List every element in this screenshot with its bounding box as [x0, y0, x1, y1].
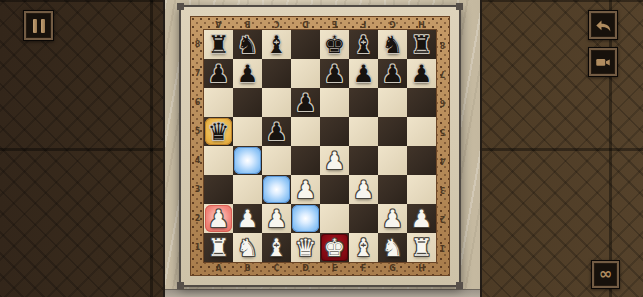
- square-d3[interactable]: ♟: [291, 175, 320, 204]
- coord-label: 4: [191, 146, 204, 175]
- coord-label: 8: [436, 30, 449, 59]
- board-corner-ornament: [177, 3, 184, 10]
- black-queen-a5[interactable]: ♛: [208, 120, 230, 144]
- coord-label: 3: [191, 175, 204, 204]
- square-a6[interactable]: [204, 88, 233, 117]
- coord-label: E: [320, 262, 349, 275]
- square-e6[interactable]: [320, 88, 349, 117]
- coord-label: C: [262, 17, 291, 30]
- square-c3[interactable]: [262, 175, 291, 204]
- square-e2[interactable]: [320, 204, 349, 233]
- square-a4[interactable]: [204, 146, 233, 175]
- square-a5[interactable]: ♛: [204, 117, 233, 146]
- square-g3[interactable]: [378, 175, 407, 204]
- coord-label: 1: [191, 233, 204, 262]
- chess-board: ABCDEFGH ABCDEFGH 87654321 87654321 ♜♞♝♚…: [179, 5, 461, 287]
- pause-button[interactable]: [23, 10, 54, 41]
- square-f6[interactable]: [349, 88, 378, 117]
- square-f4[interactable]: [349, 146, 378, 175]
- coords-right: 87654321: [436, 30, 449, 262]
- white-pawn-h2[interactable]: ♟: [411, 207, 433, 231]
- black-pawn-d6[interactable]: ♟: [295, 91, 317, 115]
- black-knight-b8[interactable]: ♞: [237, 33, 259, 57]
- square-g5[interactable]: [378, 117, 407, 146]
- black-rook-h8[interactable]: ♜: [411, 33, 433, 57]
- video-camera-icon: [594, 53, 612, 71]
- camera-button[interactable]: [588, 47, 618, 77]
- white-bishop-c1[interactable]: ♝: [266, 236, 288, 260]
- white-pawn-c2[interactable]: ♟: [266, 207, 288, 231]
- coord-label: G: [378, 262, 407, 275]
- coord-label: 4: [436, 146, 449, 175]
- white-pawn-g2[interactable]: ♟: [382, 207, 404, 231]
- black-knight-g8[interactable]: ♞: [382, 33, 404, 57]
- square-f8[interactable]: ♝: [349, 30, 378, 59]
- square-d8[interactable]: [291, 30, 320, 59]
- black-bishop-c8[interactable]: ♝: [266, 33, 288, 57]
- square-b4[interactable]: [233, 146, 262, 175]
- highlight-path-d2: [292, 205, 319, 232]
- white-knight-b1[interactable]: ♞: [237, 236, 259, 260]
- coord-label: 2: [191, 204, 204, 233]
- highlight-path-c3: [263, 176, 290, 203]
- board-frame: ABCDEFGH ABCDEFGH 87654321 87654321 ♜♞♝♚…: [190, 16, 450, 276]
- square-b5[interactable]: [233, 117, 262, 146]
- coord-label: F: [349, 17, 378, 30]
- square-c8[interactable]: ♝: [262, 30, 291, 59]
- white-pawn-a2[interactable]: ♟: [208, 207, 230, 231]
- board-corner-ornament: [456, 282, 463, 289]
- black-pawn-f7[interactable]: ♟: [353, 62, 375, 86]
- coord-label: D: [291, 17, 320, 30]
- square-a2[interactable]: ♟: [204, 204, 233, 233]
- undo-arrow-icon: [594, 16, 612, 34]
- pause-icon: [33, 19, 45, 33]
- square-h4[interactable]: [407, 146, 436, 175]
- square-c5[interactable]: ♟: [262, 117, 291, 146]
- square-d6[interactable]: ♟: [291, 88, 320, 117]
- square-c7[interactable]: [262, 59, 291, 88]
- square-g4[interactable]: [378, 146, 407, 175]
- square-b6[interactable]: [233, 88, 262, 117]
- square-h5[interactable]: [407, 117, 436, 146]
- square-e4[interactable]: ♟: [320, 146, 349, 175]
- black-pawn-c5[interactable]: ♟: [266, 120, 288, 144]
- infinity-icon: ∞: [599, 266, 612, 282]
- coord-label: 1: [436, 233, 449, 262]
- coord-label: H: [407, 17, 436, 30]
- square-a3[interactable]: [204, 175, 233, 204]
- coord-label: F: [349, 262, 378, 275]
- coord-label: 3: [436, 175, 449, 204]
- square-c4[interactable]: [262, 146, 291, 175]
- white-pawn-e4[interactable]: ♟: [324, 149, 346, 173]
- white-rook-a1[interactable]: ♜: [208, 236, 230, 260]
- black-king-e8[interactable]: ♚: [324, 33, 346, 57]
- square-g1[interactable]: ♞: [378, 233, 407, 262]
- white-knight-g1[interactable]: ♞: [382, 236, 404, 260]
- black-rook-a8[interactable]: ♜: [208, 33, 230, 57]
- board-corner-ornament: [456, 3, 463, 10]
- black-pawn-e7[interactable]: ♟: [324, 62, 346, 86]
- coord-label: A: [204, 262, 233, 275]
- square-b1[interactable]: ♞: [233, 233, 262, 262]
- game-screen: ∞ ABCDEFGH ABCDEFGH 87654321 87654321 ♜♞…: [0, 0, 643, 297]
- square-g7[interactable]: ♟: [378, 59, 407, 88]
- board-corner-ornament: [177, 282, 184, 289]
- white-pawn-f3[interactable]: ♟: [353, 178, 375, 202]
- square-e3[interactable]: [320, 175, 349, 204]
- square-d7[interactable]: [291, 59, 320, 88]
- square-g8[interactable]: ♞: [378, 30, 407, 59]
- coord-label: G: [378, 17, 407, 30]
- square-a1[interactable]: ♜: [204, 233, 233, 262]
- square-h1[interactable]: ♜: [407, 233, 436, 262]
- square-f5[interactable]: [349, 117, 378, 146]
- white-king-e1[interactable]: ♚: [324, 236, 346, 260]
- board-squares: ♜♞♝♚♝♞♜♟♟♟♟♟♟♟♛♟♟♟♟♟♟♟♟♟♜♞♝♛♚♝♞♜: [204, 30, 436, 262]
- square-b2[interactable]: ♟: [233, 204, 262, 233]
- black-bishop-f8[interactable]: ♝: [353, 33, 375, 57]
- square-e8[interactable]: ♚: [320, 30, 349, 59]
- square-b8[interactable]: ♞: [233, 30, 262, 59]
- square-c6[interactable]: [262, 88, 291, 117]
- square-g6[interactable]: [378, 88, 407, 117]
- coord-label: 8: [191, 30, 204, 59]
- white-pawn-d3[interactable]: ♟: [295, 178, 317, 202]
- square-h8[interactable]: ♜: [407, 30, 436, 59]
- square-e5[interactable]: [320, 117, 349, 146]
- square-g2[interactable]: ♟: [378, 204, 407, 233]
- square-f3[interactable]: ♟: [349, 175, 378, 204]
- coord-label: 2: [436, 204, 449, 233]
- highlight-path-b4: [234, 147, 261, 174]
- square-f2[interactable]: [349, 204, 378, 233]
- square-h3[interactable]: [407, 175, 436, 204]
- square-a8[interactable]: ♜: [204, 30, 233, 59]
- square-d1[interactable]: ♛: [291, 233, 320, 262]
- coord-label: D: [291, 262, 320, 275]
- coord-label: 7: [191, 59, 204, 88]
- coords-left: 87654321: [191, 30, 204, 262]
- unlimited-time-button[interactable]: ∞: [591, 260, 620, 289]
- square-f1[interactable]: ♝: [349, 233, 378, 262]
- coord-label: B: [233, 17, 262, 30]
- square-e1[interactable]: ♚: [320, 233, 349, 262]
- coord-label: 5: [436, 117, 449, 146]
- coord-label: C: [262, 262, 291, 275]
- black-pawn-h7[interactable]: ♟: [411, 62, 433, 86]
- coord-label: A: [204, 17, 233, 30]
- square-b3[interactable]: [233, 175, 262, 204]
- coord-label: B: [233, 262, 262, 275]
- black-pawn-g7[interactable]: ♟: [382, 62, 404, 86]
- black-pawn-a7[interactable]: ♟: [208, 62, 230, 86]
- undo-button[interactable]: [588, 10, 618, 40]
- white-queen-d1[interactable]: ♛: [295, 236, 317, 260]
- coord-label: E: [320, 17, 349, 30]
- coord-label: 6: [191, 88, 204, 117]
- coord-label: 6: [436, 88, 449, 117]
- square-f7[interactable]: ♟: [349, 59, 378, 88]
- white-bishop-f1[interactable]: ♝: [353, 236, 375, 260]
- black-pawn-b7[interactable]: ♟: [237, 62, 259, 86]
- square-b7[interactable]: ♟: [233, 59, 262, 88]
- coord-label: 7: [436, 59, 449, 88]
- square-a7[interactable]: ♟: [204, 59, 233, 88]
- coord-label: H: [407, 262, 436, 275]
- square-d2[interactable]: [291, 204, 320, 233]
- coords-top: ABCDEFGH: [204, 17, 436, 30]
- square-h6[interactable]: [407, 88, 436, 117]
- square-c2[interactable]: ♟: [262, 204, 291, 233]
- white-pawn-b2[interactable]: ♟: [237, 207, 259, 231]
- coords-bottom: ABCDEFGH: [204, 262, 436, 275]
- square-e7[interactable]: ♟: [320, 59, 349, 88]
- square-d4[interactable]: [291, 146, 320, 175]
- coord-label: 5: [191, 117, 204, 146]
- white-rook-h1[interactable]: ♜: [411, 236, 433, 260]
- square-h7[interactable]: ♟: [407, 59, 436, 88]
- square-c1[interactable]: ♝: [262, 233, 291, 262]
- square-h2[interactable]: ♟: [407, 204, 436, 233]
- square-d5[interactable]: [291, 117, 320, 146]
